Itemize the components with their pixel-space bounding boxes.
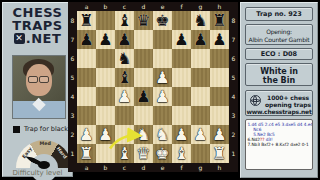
square-g4[interactable] [191,87,210,106]
coord-label-a: a [85,4,89,10]
white-rook[interactable]: ♜ [210,144,229,163]
square-c6[interactable]: ♞ [115,49,134,68]
white-knight[interactable]: ♞ [134,125,153,144]
square-f2[interactable]: ♟ [172,125,191,144]
square-e7[interactable] [153,30,172,49]
black-pawn[interactable]: ♟ [191,30,210,49]
promo-box: 1000+ chess opening traps www.chesstraps… [245,90,313,116]
opening-label: Opening: [246,28,312,36]
black-king[interactable]: ♚ [153,11,172,30]
coord-label-d: d [142,4,146,10]
file-labels-bottom: abcdefgh [77,163,229,172]
opening-box: Opening: Albin Counter Gambit [245,24,313,45]
coord-label-c: c [123,165,126,171]
coord-label-c: c [123,4,126,10]
white-queen[interactable]: ♛ [134,144,153,163]
white-pawn[interactable]: ♟ [77,125,96,144]
square-f4[interactable] [172,87,191,106]
coord-label-b: b [104,4,108,10]
result-box: White in the Bin [245,63,313,86]
white-pawn[interactable]: ♟ [115,87,134,106]
square-c5[interactable]: ♝ [115,68,134,87]
rank-labels-right: 87654321 [229,11,238,163]
square-c8[interactable]: ♝ [115,11,134,30]
square-d5[interactable] [134,68,153,87]
coord-label-3: 3 [71,113,75,119]
coord-label-h: h [218,4,222,10]
white-pawn[interactable]: ♟ [210,125,229,144]
square-h5[interactable] [210,68,229,87]
white-king[interactable]: ♚ [153,144,172,163]
square-e6[interactable] [153,49,172,68]
square-b7[interactable]: ♟ [96,30,115,49]
black-pawn[interactable]: ♟ [77,30,96,49]
square-a7[interactable]: ♟ [77,30,96,49]
square-h2[interactable]: ♟ [210,125,229,144]
rank-labels-left: 87654321 [68,11,77,163]
coord-label-1: 1 [232,151,236,157]
globe-icon [250,95,261,106]
square-b8[interactable] [96,11,115,30]
site-logo: CHESS TRAPS ✕ .NET [3,3,72,45]
square-c3[interactable] [115,106,134,125]
coord-label-3: 3 [232,113,236,119]
trap-number-box: Trap no. 923 [245,7,313,21]
black-bishop[interactable]: ♝ [115,11,134,30]
square-f3[interactable] [172,106,191,125]
white-bishop[interactable]: ♝ [172,144,191,163]
coord-label-e: e [161,4,165,10]
white-pawn[interactable]: ♟ [191,125,210,144]
white-pawn[interactable]: ♟ [153,68,172,87]
square-f1[interactable]: ♝ [172,144,191,163]
coord-label-8: 8 [232,18,236,24]
coord-label-e: e [161,165,165,171]
gauge-med-label: Med [39,141,50,147]
coord-label-a: a [85,165,89,171]
square-e3[interactable] [153,106,172,125]
white-pawn[interactable]: ♟ [153,87,172,106]
info-sidebar: Trap no. 923 Opening: Albin Counter Gamb… [240,2,318,178]
board-squares: ♜♝♛♚♞♜♟♟♟♟♟♟♞♝♟♟♟♟♟♟♞♞♟♟♟♜♝♛♚♝♜ [77,11,229,163]
coord-label-6: 6 [232,56,236,62]
white-rook[interactable]: ♜ [77,144,96,163]
square-a5[interactable] [77,68,96,87]
square-d4[interactable]: ♟ [134,87,153,106]
square-a6[interactable] [77,49,96,68]
square-c2[interactable] [115,125,134,144]
square-g3[interactable] [191,106,210,125]
black-queen[interactable]: ♛ [134,11,153,30]
result-line-2: the Bin [246,76,312,85]
crossed-box-icon: ✕ [14,33,25,44]
square-g2[interactable]: ♟ [191,125,210,144]
black-rook[interactable]: ♜ [210,11,229,30]
square-g8[interactable]: ♞ [191,11,210,30]
black-pawn[interactable]: ♟ [96,30,115,49]
square-c1[interactable]: ♝ [115,144,134,163]
square-d1[interactable]: ♛ [134,144,153,163]
square-h6[interactable] [210,49,229,68]
promo-line-2: opening traps [264,101,312,108]
chess-board: abcdefgh abcdefgh 87654321 87654321 ♜♝♛♚… [68,2,238,172]
square-h4[interactable] [210,87,229,106]
square-d7[interactable] [134,30,153,49]
square-c7[interactable]: ♟ [115,30,134,49]
square-h7[interactable]: ♟ [210,30,229,49]
coord-label-4: 4 [71,94,75,100]
square-d8[interactable]: ♛ [134,11,153,30]
white-knight[interactable]: ♞ [153,125,172,144]
square-g5[interactable] [191,68,210,87]
black-bishop[interactable]: ♝ [115,68,134,87]
square-e8[interactable]: ♚ [153,11,172,30]
eco-box: ECO : D08 [245,48,313,60]
square-c4[interactable]: ♟ [115,87,134,106]
move-list-box: 1.d4 d5 2.c4 e5 3.dxe5 d4 4.e4 Nc6 5.Ne2… [245,119,313,170]
black-pawn[interactable]: ♟ [210,30,229,49]
square-d3[interactable] [134,106,153,125]
square-e5[interactable]: ♟ [153,68,172,87]
coord-label-g: g [199,4,203,10]
square-f6[interactable] [172,49,191,68]
square-b5[interactable] [96,68,115,87]
opening-name: Albin Counter Gambit [246,36,312,44]
square-h3[interactable] [210,106,229,125]
square-e4[interactable]: ♟ [153,87,172,106]
square-e1[interactable]: ♚ [153,144,172,163]
white-bishop[interactable]: ♝ [115,144,134,163]
file-labels-top: abcdefgh [77,2,229,11]
square-f5[interactable] [172,68,191,87]
trap-note-label: Trap for black [24,125,68,133]
glasses-icon [28,76,50,82]
square-a1[interactable]: ♜ [77,144,96,163]
promo-line-1: 1000+ chess [264,94,312,101]
black-knight[interactable]: ♞ [115,49,134,68]
square-a2[interactable]: ♟ [77,125,96,144]
black-pawn[interactable]: ♟ [172,30,191,49]
white-pawn[interactable]: ♟ [96,125,115,144]
square-a4[interactable] [77,87,96,106]
white-pawn[interactable]: ♟ [172,125,191,144]
black-pawn[interactable]: ♟ [134,87,153,106]
gauge-hub [38,161,50,169]
square-f8[interactable] [172,11,191,30]
square-b1[interactable] [96,144,115,163]
move-line-5: 7.Nb3 Bxf2+ 8.Kxf2 dxe2 0-1 [247,142,313,147]
square-f7[interactable]: ♟ [172,30,191,49]
black-pawn[interactable]: ♟ [115,30,134,49]
left-sidebar: CHESS TRAPS ✕ .NET Trap for black Easy M… [2,2,73,177]
square-g7[interactable]: ♟ [191,30,210,49]
black-knight[interactable]: ♞ [191,11,210,30]
coord-label-7: 7 [71,37,75,43]
coord-label-d: d [142,165,146,171]
square-e2[interactable]: ♞ [153,125,172,144]
coord-label-f: f [180,4,182,10]
square-a3[interactable] [77,106,96,125]
square-d2[interactable]: ♞ [134,125,153,144]
black-square-icon [13,126,20,133]
coord-label-8: 8 [71,18,75,24]
coord-label-2: 2 [232,132,236,138]
result-line-1: White in [246,67,312,76]
coord-label-4: 4 [232,94,236,100]
square-b3[interactable] [96,106,115,125]
presenter-photo [12,55,66,119]
square-b4[interactable] [96,87,115,106]
coord-label-f: f [180,165,182,171]
difficulty-gauge: Easy Med Hard [16,140,72,168]
coord-label-7: 7 [232,37,236,43]
square-h8[interactable]: ♜ [210,11,229,30]
coord-label-6: 6 [71,56,75,62]
logo-suffix: .NET [26,32,62,45]
coord-label-b: b [104,165,108,171]
coord-label-2: 2 [71,132,75,138]
square-h1[interactable]: ♜ [210,144,229,163]
coord-label-1: 1 [71,151,75,157]
square-a8[interactable]: ♜ [77,11,96,30]
square-b2[interactable]: ♟ [96,125,115,144]
coord-label-h: h [218,165,222,171]
website-url: www.chesstraps.net [246,108,312,115]
difficulty-label: Difficulty level [3,169,72,177]
coord-label-5: 5 [232,75,236,81]
trap-side-note: Trap for black [13,125,68,133]
square-d6[interactable] [134,49,153,68]
square-b6[interactable] [96,49,115,68]
black-rook[interactable]: ♜ [77,11,96,30]
coord-label-g: g [199,165,203,171]
square-g6[interactable] [191,49,210,68]
square-g1[interactable] [191,144,210,163]
coord-label-5: 5 [71,75,75,81]
